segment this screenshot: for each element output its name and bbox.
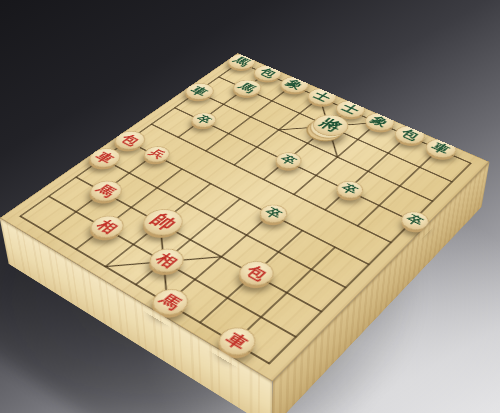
piece-red-elephant[interactable]: 相 <box>142 244 191 278</box>
piece-glyph: 帥 <box>147 212 179 233</box>
piece-glyph: 包 <box>257 67 279 79</box>
piece-glyph: 相 <box>153 251 180 270</box>
piece-glyph: 車 <box>222 330 251 352</box>
piece-glyph: 馬 <box>231 56 253 68</box>
piece-glyph: 卒 <box>263 206 285 220</box>
piece-glyph: 馬 <box>93 183 119 199</box>
piece-glyph: 馬 <box>236 81 259 94</box>
piece-glyph: 將 <box>316 117 345 134</box>
photo-scene: 馬包象士士象包車馬將車卒卒卒卒卒包兵車馬帥包相相馬車 <box>0 0 500 413</box>
piece-glyph: 卒 <box>278 154 298 167</box>
piece-red-cannon[interactable]: 包 <box>232 256 281 290</box>
piece-green-soldier[interactable]: 卒 <box>254 200 293 226</box>
piece-glyph: 車 <box>429 141 453 156</box>
piece-glyph: 士 <box>339 102 362 116</box>
piece-glyph: 車 <box>188 85 211 98</box>
piece-glyph: 士 <box>311 90 334 103</box>
piece-red-general[interactable]: 帥 <box>135 204 191 241</box>
piece-glyph: 相 <box>94 218 121 236</box>
piece-glyph: 車 <box>93 150 118 165</box>
piece-glyph: 卒 <box>194 114 214 126</box>
piece-glyph: 象 <box>283 78 305 91</box>
piece-glyph: 卒 <box>339 182 360 196</box>
piece-glyph: 卒 <box>404 213 425 227</box>
piece-glyph: 包 <box>243 264 271 283</box>
piece-glyph: 象 <box>368 115 391 129</box>
xiangqi-board-block: 馬包象士士象包車馬將車卒卒卒卒卒包兵車馬帥包相相馬車 <box>0 53 489 382</box>
piece-glyph: 兵 <box>147 148 167 161</box>
piece-red-elephant[interactable]: 相 <box>83 211 130 242</box>
piece-glyph: 包 <box>118 133 142 148</box>
piece-glyph: 包 <box>398 128 421 142</box>
piece-glyph: 馬 <box>156 292 185 312</box>
